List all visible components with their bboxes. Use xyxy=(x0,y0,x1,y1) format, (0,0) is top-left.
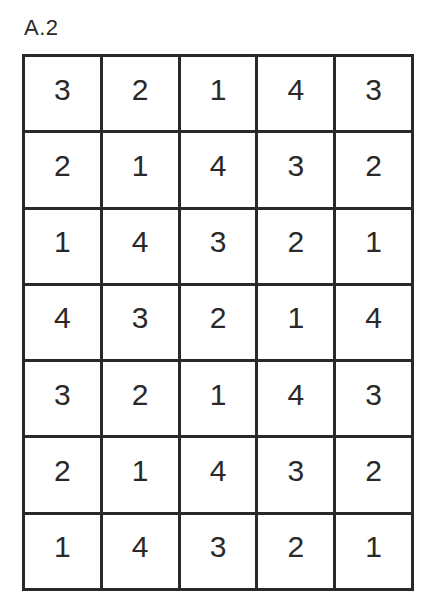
grid-cell-value: 3 xyxy=(365,378,382,412)
grid-cell-value: 3 xyxy=(287,149,304,183)
grid-cell-value: 3 xyxy=(54,378,71,412)
grid-cell: 2 xyxy=(25,438,100,511)
grid-cell-value: 4 xyxy=(287,378,304,412)
grid-cell: 3 xyxy=(103,286,178,359)
grid-cell: 4 xyxy=(181,133,256,206)
grid-cell: 1 xyxy=(258,286,333,359)
grid-cell: 1 xyxy=(103,133,178,206)
grid-cell-value: 1 xyxy=(365,225,382,259)
grid-cell: 3 xyxy=(181,210,256,283)
grid-cell-value: 1 xyxy=(210,73,227,107)
grid-cell-value: 1 xyxy=(210,378,227,412)
grid-cell: 1 xyxy=(181,362,256,435)
grid-cell-value: 2 xyxy=(365,149,382,183)
grid-cell-value: 4 xyxy=(287,73,304,107)
grid-cell: 1 xyxy=(25,210,100,283)
grid-cell: 3 xyxy=(25,362,100,435)
grid-cell-value: 2 xyxy=(54,454,71,488)
grid-cell-value: 4 xyxy=(210,149,227,183)
grid-cell: 3 xyxy=(181,515,256,588)
grid-cell-value: 4 xyxy=(210,454,227,488)
grid-cell: 4 xyxy=(103,515,178,588)
grid-cell: 2 xyxy=(181,286,256,359)
grid-cell: 2 xyxy=(103,57,178,130)
grid-cell: 3 xyxy=(258,438,333,511)
grid-cell-value: 4 xyxy=(54,301,71,335)
grid-cell: 3 xyxy=(258,133,333,206)
grid-cell: 4 xyxy=(258,362,333,435)
grid-cell: 4 xyxy=(103,210,178,283)
grid-cell-value: 3 xyxy=(132,301,149,335)
grid-cell-value: 1 xyxy=(54,530,71,564)
grid-cell-value: 2 xyxy=(132,73,149,107)
grid-cell-value: 3 xyxy=(210,225,227,259)
grid-cell-value: 2 xyxy=(210,301,227,335)
grid-cell-value: 2 xyxy=(287,530,304,564)
grid-cell: 1 xyxy=(336,515,411,588)
figure-label: A.2 xyxy=(24,15,59,41)
grid-cell-value: 1 xyxy=(365,530,382,564)
grid-cell-value: 4 xyxy=(365,301,382,335)
number-grid: 32143214321432143214321432143214321 xyxy=(22,54,414,591)
grid-cell: 2 xyxy=(258,515,333,588)
grid-cell: 3 xyxy=(336,57,411,130)
grid-cell: 2 xyxy=(258,210,333,283)
grid-cell-value: 1 xyxy=(287,301,304,335)
grid-cell: 3 xyxy=(25,57,100,130)
grid-cell: 2 xyxy=(25,133,100,206)
grid-cell-value: 2 xyxy=(132,378,149,412)
grid-cell-value: 1 xyxy=(54,225,71,259)
grid-cell-value: 2 xyxy=(54,149,71,183)
grid-cell-value: 1 xyxy=(132,454,149,488)
grid-cell-value: 3 xyxy=(210,530,227,564)
grid-cell: 4 xyxy=(258,57,333,130)
puzzle-page: A.2 32143214321432143214321432143214321 xyxy=(0,0,432,600)
grid-cell: 3 xyxy=(336,362,411,435)
grid-cell-value: 1 xyxy=(132,149,149,183)
grid-cell: 2 xyxy=(336,438,411,511)
grid-cell: 1 xyxy=(103,438,178,511)
grid-cell: 1 xyxy=(336,210,411,283)
grid-cell: 1 xyxy=(181,57,256,130)
grid-cell-value: 4 xyxy=(132,225,149,259)
grid-cell: 4 xyxy=(181,438,256,511)
grid-cell: 1 xyxy=(25,515,100,588)
grid-cell: 2 xyxy=(103,362,178,435)
grid-cell-value: 2 xyxy=(287,225,304,259)
grid-cell-value: 3 xyxy=(365,73,382,107)
grid-cell-value: 3 xyxy=(287,454,304,488)
grid-cell: 4 xyxy=(25,286,100,359)
grid-cell-value: 3 xyxy=(54,73,71,107)
grid-cell: 4 xyxy=(336,286,411,359)
grid-cell-value: 2 xyxy=(365,454,382,488)
grid-cell: 2 xyxy=(336,133,411,206)
grid-cell-value: 4 xyxy=(132,530,149,564)
